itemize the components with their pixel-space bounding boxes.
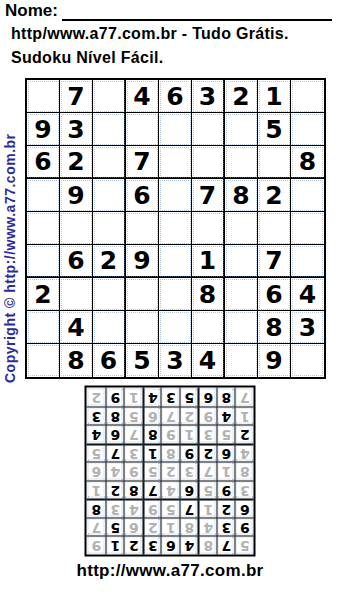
solution-cell-r5c7: 9 [124,462,143,481]
puzzle-cell-r2c2: 3 [60,113,93,146]
solution-cell-r9c2: 8 [217,388,236,407]
solution-cell-r2c8: 5 [106,518,125,537]
puzzle-cell-r2c1: 9 [27,113,60,146]
site-header: http/www.a77.com.br - Tudo Grátis. [11,25,289,43]
solution-cell-r7c2: 5 [217,425,236,444]
solution-cell-r7c5: 9 [161,425,180,444]
puzzle-cell-r8c6 [192,311,225,344]
solution-cell-r1c8: 1 [106,536,125,555]
solution-cell-r4c7: 8 [124,481,143,500]
solution-cell-r7c6: 8 [143,425,162,444]
puzzle-cell-r9c9 [291,344,324,377]
solution-cell-r7c4: 1 [180,425,199,444]
puzzle-cell-r1c4: 4 [126,80,159,113]
puzzle-cell-r8c9: 3 [291,311,324,344]
puzzle-cell-r3c3 [93,146,126,179]
puzzle-cell-r4c3 [93,179,126,212]
puzzle-cell-r8c1 [27,311,60,344]
solution-cell-r1c1: 5 [235,536,254,555]
solution-cell-r2c4: 8 [180,518,199,537]
puzzle-cell-r9c5: 3 [159,344,192,377]
puzzle-cell-r4c9 [291,179,324,212]
puzzle-cell-r3c5 [159,146,192,179]
puzzle-cell-r2c6 [192,113,225,146]
puzzle-cell-r4c6: 7 [192,179,225,212]
solution-cell-r2c3: 4 [198,518,217,537]
solution-cell-r6c1: 4 [235,444,254,463]
solution-cell-r5c6: 5 [143,462,162,481]
solution-cell-r1c2: 7 [217,536,236,555]
puzzle-cell-r6c4: 9 [126,245,159,278]
solution-cell-r7c8: 6 [106,425,125,444]
puzzle-cell-r6c9 [291,245,324,278]
solution-cell-r6c9: 5 [87,444,106,463]
puzzle-cell-r6c6: 1 [192,245,225,278]
puzzle-cell-r1c9 [291,80,324,113]
puzzle-cell-r4c4: 6 [126,179,159,212]
puzzle-cell-r2c5 [159,113,192,146]
puzzle-cell-r6c1 [27,245,60,278]
puzzle-cell-r2c8: 5 [258,113,291,146]
name-underline [62,19,332,21]
puzzle-cell-r9c6: 4 [192,344,225,377]
puzzle-cell-r1c6: 3 [192,80,225,113]
puzzle-cell-r7c7 [225,278,258,311]
solution-cell-r5c4: 3 [180,462,199,481]
puzzle-cell-r3c4: 7 [126,146,159,179]
puzzle-cell-r6c5 [159,245,192,278]
solution-cell-r3c1: 6 [235,499,254,518]
solution-cell-r9c5: 3 [161,388,180,407]
solution-cell-r4c1: 3 [235,481,254,500]
puzzle-cell-r1c5: 6 [159,80,192,113]
solution-cell-r3c7: 4 [124,499,143,518]
solution-cell-r9c4: 5 [180,388,199,407]
puzzle-cell-r7c4 [126,278,159,311]
solution-cell-r4c5: 4 [161,481,180,500]
puzzle-cell-r9c3: 6 [93,344,126,377]
puzzle-grid: 746321935627896782629172864483865349 [25,78,326,379]
puzzle-cell-r2c3 [93,113,126,146]
puzzle-cell-r6c3: 2 [93,245,126,278]
solution-cell-r4c9: 1 [87,481,106,500]
puzzle-cell-r9c8: 9 [258,344,291,377]
solution-cell-r1c5: 6 [161,536,180,555]
footer-url: http://www.a77.com.br [0,561,340,581]
solution-cell-r2c5: 1 [161,518,180,537]
puzzle-cell-r5c6 [192,212,225,245]
puzzle-cell-r5c4 [126,212,159,245]
solution-cell-r9c8: 9 [106,388,125,407]
solution-cell-r8c5: 7 [161,407,180,426]
solution-cell-r5c9: 6 [87,462,106,481]
puzzle-cell-r6c8: 7 [258,245,291,278]
puzzle-cell-r1c3 [93,80,126,113]
solution-cell-r6c5: 8 [161,444,180,463]
solution-cell-r3c6: 9 [143,499,162,518]
puzzle-cell-r3c6 [192,146,225,179]
solution-cell-r3c2: 2 [217,499,236,518]
puzzle-cell-r7c1: 2 [27,278,60,311]
puzzle-cell-r1c1 [27,80,60,113]
puzzle-cell-r9c1 [27,344,60,377]
solution-grid-rotated: 5784632199348126576217594383956478218173… [85,386,256,557]
solution-cell-r4c8: 2 [106,481,125,500]
solution-cell-r5c8: 4 [106,462,125,481]
puzzle-cell-r4c7: 8 [225,179,258,212]
solution-cell-r5c2: 1 [217,462,236,481]
solution-cell-r8c9: 3 [87,407,106,426]
puzzle-cell-r8c8: 8 [258,311,291,344]
solution-cell-r3c9: 8 [87,499,106,518]
solution-cell-r2c2: 3 [217,518,236,537]
puzzle-cell-r8c7 [225,311,258,344]
copyright-vertical-text: Copyright © http://www.a77.com.br [2,133,18,383]
puzzle-cell-r4c5 [159,179,192,212]
puzzle-cell-r7c3 [93,278,126,311]
puzzle-cell-r7c9: 4 [291,278,324,311]
puzzle-cell-r1c2: 7 [60,80,93,113]
solution-cell-r6c2: 6 [217,444,236,463]
solution-cell-r7c9: 4 [87,425,106,444]
puzzle-cell-r4c1 [27,179,60,212]
solution-cell-r7c7: 7 [124,425,143,444]
solution-cell-r9c3: 6 [198,388,217,407]
puzzle-cell-r6c2: 6 [60,245,93,278]
sudoku-sheet: Nome: http/www.a77.com.br - Tudo Grátis.… [0,0,340,596]
solution-cell-r6c7: 3 [124,444,143,463]
puzzle-cell-r8c4 [126,311,159,344]
solution-cell-r5c3: 7 [198,462,217,481]
puzzle-cell-r5c9 [291,212,324,245]
puzzle-cell-r9c7 [225,344,258,377]
solution-cell-r4c6: 7 [143,481,162,500]
solution-cell-r4c4: 6 [180,481,199,500]
solution-cell-r9c9: 2 [87,388,106,407]
puzzle-cell-r3c1: 6 [27,146,60,179]
solution-cell-r8c8: 8 [106,407,125,426]
puzzle-cell-r4c8: 2 [258,179,291,212]
solution-cell-r3c8: 3 [106,499,125,518]
puzzle-cell-r8c3 [93,311,126,344]
puzzle-cell-r8c5 [159,311,192,344]
solution-cell-r1c7: 2 [124,536,143,555]
puzzle-cell-r8c2: 4 [60,311,93,344]
puzzle-cell-r2c7 [225,113,258,146]
puzzle-cell-r5c7 [225,212,258,245]
puzzle-cell-r6c7 [225,245,258,278]
solution-cell-r2c1: 9 [235,518,254,537]
solution-cell-r8c1: 1 [235,407,254,426]
solution-cell-r5c5: 2 [161,462,180,481]
solution-cell-r9c7: 1 [124,388,143,407]
solution-cell-r8c6: 6 [143,407,162,426]
puzzle-cell-r4c2: 9 [60,179,93,212]
puzzle-cell-r5c5 [159,212,192,245]
puzzle-cell-r3c7 [225,146,258,179]
puzzle-cell-r3c9: 8 [291,146,324,179]
solution-cell-r8c4: 2 [180,407,199,426]
puzzle-cell-r7c5 [159,278,192,311]
solution-cell-r4c3: 5 [198,481,217,500]
puzzle-cell-r9c4: 5 [126,344,159,377]
solution-cell-r9c1: 7 [235,388,254,407]
page-title: Sudoku Nível Fácil. [11,49,163,67]
puzzle-cell-r7c8: 6 [258,278,291,311]
solution-cell-r1c3: 8 [198,536,217,555]
puzzle-cell-r7c6: 8 [192,278,225,311]
puzzle-cell-r3c8 [258,146,291,179]
puzzle-cell-r5c3 [93,212,126,245]
puzzle-cell-r2c9 [291,113,324,146]
solution-cell-r6c3: 2 [198,444,217,463]
solution-cell-r8c7: 5 [124,407,143,426]
solution-cell-r1c9: 9 [87,536,106,555]
puzzle-cell-r1c7: 2 [225,80,258,113]
puzzle-cell-r1c8: 1 [258,80,291,113]
solution-cell-r9c6: 4 [143,388,162,407]
solution-cell-r7c3: 3 [198,425,217,444]
solution-cell-r2c9: 7 [87,518,106,537]
puzzle-cell-r3c2: 2 [60,146,93,179]
puzzle-cell-r7c2 [60,278,93,311]
solution-cell-r8c3: 9 [198,407,217,426]
solution-cell-r3c3: 1 [198,499,217,518]
solution-cell-r5c1: 8 [235,462,254,481]
solution-cell-r1c6: 3 [143,536,162,555]
puzzle-cell-r2c4 [126,113,159,146]
solution-cell-r1c4: 4 [180,536,199,555]
name-label: Nome: [5,1,58,21]
solution-cell-r4c2: 9 [217,481,236,500]
solution-cell-r6c4: 9 [180,444,199,463]
puzzle-cell-r9c2: 8 [60,344,93,377]
solution-cell-r7c1: 2 [235,425,254,444]
solution-cell-r6c8: 7 [106,444,125,463]
solution-cell-r3c4: 7 [180,499,199,518]
puzzle-cell-r5c1 [27,212,60,245]
solution-cell-r8c2: 4 [217,407,236,426]
solution-cell-r2c6: 2 [143,518,162,537]
solution-cell-r6c6: 1 [143,444,162,463]
puzzle-cell-r5c8 [258,212,291,245]
solution-cell-r3c5: 5 [161,499,180,518]
puzzle-cell-r5c2 [60,212,93,245]
solution-cell-r2c7: 6 [124,518,143,537]
